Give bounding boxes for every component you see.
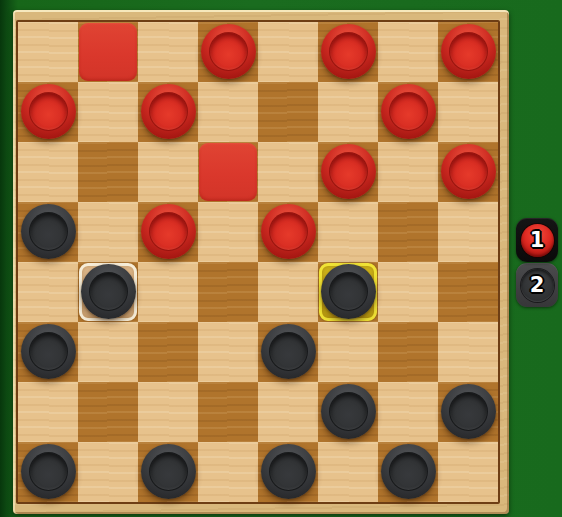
square-r7c3 (198, 442, 258, 502)
board-inner-frame (16, 20, 500, 504)
square-r2c4 (258, 142, 318, 202)
square-r1c5 (318, 82, 378, 142)
square-r3c5 (318, 202, 378, 262)
square-r7c0[interactable] (18, 442, 78, 502)
board-grid (18, 22, 498, 502)
square-r1c2[interactable] (138, 82, 198, 142)
square-r6c5[interactable] (318, 382, 378, 442)
square-r7c7 (438, 442, 498, 502)
square-r7c4[interactable] (258, 442, 318, 502)
dark-piece[interactable] (261, 444, 316, 499)
player-2-label: 2 (521, 269, 554, 302)
square-r0c7[interactable] (438, 22, 498, 82)
square-r5c7 (438, 322, 498, 382)
square-r1c3 (198, 82, 258, 142)
square-r5c1 (78, 322, 138, 382)
square-r6c1[interactable] (78, 382, 138, 442)
square-r3c2[interactable] (138, 202, 198, 262)
red-piece[interactable] (381, 84, 436, 139)
square-r7c6[interactable] (378, 442, 438, 502)
dark-piece[interactable] (81, 264, 136, 319)
dark-piece[interactable] (21, 204, 76, 259)
square-r3c1 (78, 202, 138, 262)
dark-piece[interactable] (261, 324, 316, 379)
square-r0c5[interactable] (318, 22, 378, 82)
square-r4c6 (378, 262, 438, 322)
red-piece[interactable] (21, 84, 76, 139)
square-r5c0[interactable] (18, 322, 78, 382)
square-r7c5 (318, 442, 378, 502)
square-r5c2[interactable] (138, 322, 198, 382)
dark-piece[interactable] (321, 384, 376, 439)
square-r6c0 (18, 382, 78, 442)
square-r7c2[interactable] (138, 442, 198, 502)
dark-piece[interactable] (21, 444, 76, 499)
square-r4c7[interactable] (438, 262, 498, 322)
square-r4c1[interactable] (78, 262, 138, 322)
checkers-board (13, 10, 509, 514)
square-r0c6 (378, 22, 438, 82)
dark-piece[interactable] (381, 444, 436, 499)
square-r2c3[interactable] (198, 142, 258, 202)
square-r2c5[interactable] (318, 142, 378, 202)
square-r0c0 (18, 22, 78, 82)
dark-player-icon: 2 (521, 269, 554, 302)
highlight-red-move (199, 143, 257, 201)
square-r2c1[interactable] (78, 142, 138, 202)
red-player-icon: 1 (521, 224, 554, 257)
square-r5c6[interactable] (378, 322, 438, 382)
square-r1c7 (438, 82, 498, 142)
square-r0c2 (138, 22, 198, 82)
dark-piece[interactable] (141, 444, 196, 499)
square-r3c3 (198, 202, 258, 262)
square-r6c4 (258, 382, 318, 442)
player-1-badge: 1 (516, 218, 558, 262)
red-piece[interactable] (201, 24, 256, 79)
player-1-label: 1 (521, 224, 554, 257)
square-r1c0[interactable] (18, 82, 78, 142)
square-r1c6[interactable] (378, 82, 438, 142)
square-r4c2 (138, 262, 198, 322)
square-r2c2 (138, 142, 198, 202)
red-piece[interactable] (141, 84, 196, 139)
square-r4c3[interactable] (198, 262, 258, 322)
square-r1c4[interactable] (258, 82, 318, 142)
square-r2c7[interactable] (438, 142, 498, 202)
player-2-badge: 2 (516, 263, 558, 307)
highlight-red-move (79, 23, 137, 81)
square-r0c4 (258, 22, 318, 82)
game-background: 1 2 (0, 0, 562, 517)
square-r5c5 (318, 322, 378, 382)
square-r3c6[interactable] (378, 202, 438, 262)
square-r3c7 (438, 202, 498, 262)
square-r7c1 (78, 442, 138, 502)
square-r4c4 (258, 262, 318, 322)
square-r3c4[interactable] (258, 202, 318, 262)
red-piece[interactable] (321, 24, 376, 79)
dark-piece[interactable] (21, 324, 76, 379)
square-r3c0[interactable] (18, 202, 78, 262)
square-r2c0 (18, 142, 78, 202)
square-r6c7[interactable] (438, 382, 498, 442)
dark-piece[interactable] (321, 264, 376, 319)
red-piece[interactable] (261, 204, 316, 259)
square-r5c3 (198, 322, 258, 382)
square-r0c1[interactable] (78, 22, 138, 82)
square-r6c2 (138, 382, 198, 442)
square-r2c6 (378, 142, 438, 202)
dark-piece[interactable] (441, 384, 496, 439)
square-r6c6 (378, 382, 438, 442)
red-piece[interactable] (141, 204, 196, 259)
square-r4c0 (18, 262, 78, 322)
red-piece[interactable] (441, 24, 496, 79)
turn-indicator-panel: 1 2 (516, 218, 558, 307)
square-r1c1 (78, 82, 138, 142)
red-piece[interactable] (441, 144, 496, 199)
red-piece[interactable] (321, 144, 376, 199)
square-r0c3[interactable] (198, 22, 258, 82)
square-r6c3[interactable] (198, 382, 258, 442)
square-r5c4[interactable] (258, 322, 318, 382)
square-r4c5[interactable] (318, 262, 378, 322)
